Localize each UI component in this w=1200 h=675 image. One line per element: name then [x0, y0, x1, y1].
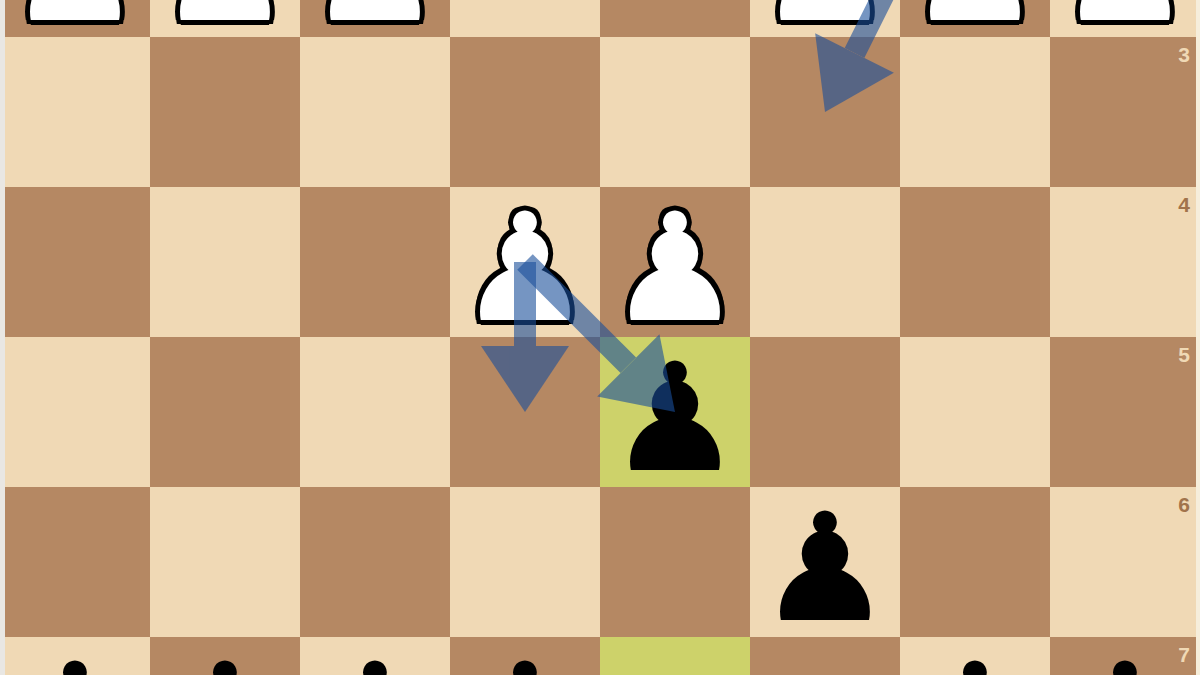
square-f6[interactable] [300, 487, 450, 637]
square-e4[interactable]: ♟ [450, 187, 600, 337]
page-edge-left [0, 0, 5, 675]
black-pawn-d5[interactable]: ♟ [608, 343, 742, 493]
square-c7[interactable] [750, 637, 900, 675]
rank-label-6: 6 [1178, 494, 1190, 515]
square-h6[interactable] [0, 487, 150, 637]
rank-label-4: 4 [1178, 194, 1190, 215]
square-f4[interactable] [300, 187, 450, 337]
black-pawn-e7[interactable]: ♟ [458, 643, 592, 675]
square-c5[interactable] [750, 337, 900, 487]
square-d6[interactable] [600, 487, 750, 637]
chess-board-viewport: ♟♟♟♟♟♟♟♟♟♟♟♟♟♟♟♟34567 [0, 0, 1200, 675]
square-g3[interactable] [150, 37, 300, 187]
square-d4[interactable]: ♟ [600, 187, 750, 337]
chess-board: ♟♟♟♟♟♟♟♟♟♟♟♟♟♟♟♟34567 [0, 0, 1200, 675]
white-pawn-d4[interactable]: ♟ [608, 193, 742, 343]
square-f3[interactable] [300, 37, 450, 187]
square-d5[interactable]: ♟ [600, 337, 750, 487]
square-e5[interactable] [450, 337, 600, 487]
square-g6[interactable] [150, 487, 300, 637]
square-h3[interactable] [0, 37, 150, 187]
rank-label-3: 3 [1178, 44, 1190, 65]
square-b7[interactable]: ♟ [900, 637, 1050, 675]
rank-label-5: 5 [1178, 344, 1190, 365]
square-h4[interactable] [0, 187, 150, 337]
square-f5[interactable] [300, 337, 450, 487]
white-pawn-e4[interactable]: ♟ [458, 193, 592, 343]
black-pawn-g7[interactable]: ♟ [158, 643, 292, 675]
square-h2[interactable]: ♟ [0, 0, 150, 37]
rank-label-7: 7 [1178, 644, 1190, 665]
square-d3[interactable] [600, 37, 750, 187]
black-pawn-h7[interactable]: ♟ [8, 643, 142, 675]
square-e3[interactable] [450, 37, 600, 187]
square-c6[interactable]: ♟ [750, 487, 900, 637]
black-pawn-f7[interactable]: ♟ [308, 643, 442, 675]
black-pawn-c6[interactable]: ♟ [758, 493, 892, 643]
page-edge-right [1196, 0, 1200, 675]
square-f7[interactable]: ♟ [300, 637, 450, 675]
square-b6[interactable] [900, 487, 1050, 637]
square-f2[interactable]: ♟ [300, 0, 450, 37]
square-c3[interactable] [750, 37, 900, 187]
square-b5[interactable] [900, 337, 1050, 487]
square-d7[interactable] [600, 637, 750, 675]
square-c2[interactable]: ♟ [750, 0, 900, 37]
square-g2[interactable]: ♟ [150, 0, 300, 37]
black-pawn-a7[interactable]: ♟ [1058, 643, 1192, 675]
square-d2[interactable] [600, 0, 750, 37]
square-h5[interactable] [0, 337, 150, 487]
square-g4[interactable] [150, 187, 300, 337]
square-a2[interactable]: ♟ [1050, 0, 1200, 37]
square-e7[interactable]: ♟ [450, 637, 600, 675]
square-b4[interactable] [900, 187, 1050, 337]
square-g5[interactable] [150, 337, 300, 487]
square-b2[interactable]: ♟ [900, 0, 1050, 37]
black-pawn-b7[interactable]: ♟ [908, 643, 1042, 675]
square-c4[interactable] [750, 187, 900, 337]
square-e6[interactable] [450, 487, 600, 637]
square-b3[interactable] [900, 37, 1050, 187]
square-g7[interactable]: ♟ [150, 637, 300, 675]
square-e2[interactable] [450, 0, 600, 37]
square-h7[interactable]: ♟ [0, 637, 150, 675]
